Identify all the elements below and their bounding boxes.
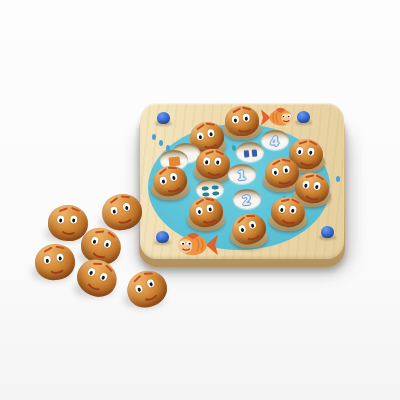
fin-mark-icon [110,197,119,204]
four-dots-icon [201,185,219,197]
fin-mark-icon [237,216,245,224]
smile-icon [235,118,254,133]
corner-peg-2[interactable] [297,111,310,123]
card-number: 4 [264,135,286,148]
fin-mark-icon [59,207,68,212]
fin-mark-icon [107,231,116,238]
hole-blue-squares[interactable] [236,142,264,162]
corner-peg-4[interactable] [321,226,334,238]
fin-mark-icon [291,198,300,204]
fish-piece-off-board[interactable] [81,228,121,264]
fin-mark-icon [215,150,224,156]
rim-drop-icon [152,134,156,140]
fish-piece[interactable] [265,158,299,188]
smile-icon [59,220,78,235]
fin-mark-icon [168,167,177,170]
smile-icon [47,259,66,275]
fish-piece[interactable] [271,197,305,227]
fin-mark-icon [133,275,141,283]
fin-mark-icon [246,215,255,217]
fish-piece-off-board[interactable] [102,194,142,230]
card-number-label: 4 [270,134,280,148]
fish-piece-dome [71,253,123,303]
fin-mark-icon [105,264,113,272]
fin-mark-icon [196,124,205,131]
fish-piece[interactable] [196,149,230,179]
fish-piece-off-board[interactable] [77,260,117,296]
card-two-blue-squares [239,147,261,160]
fin-mark-icon [144,272,153,275]
fin-mark-icon [93,263,102,266]
fin-mark-icon [159,168,168,175]
fin-mark-icon [298,140,307,145]
hole-number-4[interactable]: 4 [261,130,289,150]
fin-mark-icon [309,140,318,146]
hole-number-2[interactable]: 2 [233,189,261,209]
product-photo-scene: 412 [0,0,400,400]
card-number-label: 2 [242,193,252,207]
fish-piece-off-board[interactable] [35,244,75,280]
fin-mark-icon [196,199,205,206]
fin-mark-icon [205,150,214,155]
hole-four-dots[interactable] [196,179,224,199]
card-number: 1 [231,169,253,182]
fish-piece-off-board[interactable] [127,271,167,307]
fish-piece[interactable] [153,166,187,196]
fish-piece-dome [122,265,172,313]
fish-decoration-bottom-icon [174,231,219,259]
fish-piece[interactable] [232,214,266,244]
two-blue-squares-icon [243,149,257,157]
corner-peg-1[interactable] [157,112,170,124]
fin-mark-icon [71,207,80,213]
fin-mark-icon [282,159,291,163]
fish-piece[interactable] [189,197,223,227]
game-board: 412 [140,103,344,259]
fin-mark-icon [232,107,241,113]
corner-peg-3[interactable] [156,231,169,243]
card-number: 2 [236,194,258,207]
fin-mark-icon [206,123,215,127]
fin-mark-icon [55,245,64,249]
fin-mark-icon [272,159,281,166]
smile-icon [275,170,294,186]
fin-mark-icon [315,174,324,181]
smile-icon [199,208,219,224]
rim-drop-icon [159,140,163,146]
hole-number-1[interactable]: 1 [228,164,256,184]
fin-mark-icon [205,198,214,202]
smile-icon [205,161,224,177]
fish-decoration-top-icon [260,106,296,129]
rim-drop-icon [336,176,340,182]
card-four-teal-dots [199,184,221,197]
fin-mark-icon [44,247,53,254]
card-number-label: 1 [237,168,247,182]
smile-icon [297,151,317,167]
fin-mark-icon [121,195,130,198]
fin-mark-icon [305,174,314,178]
fin-mark-icon [242,107,251,111]
fin-mark-icon [95,230,104,233]
fish-piece[interactable] [225,106,259,136]
fin-mark-icon [281,198,290,202]
